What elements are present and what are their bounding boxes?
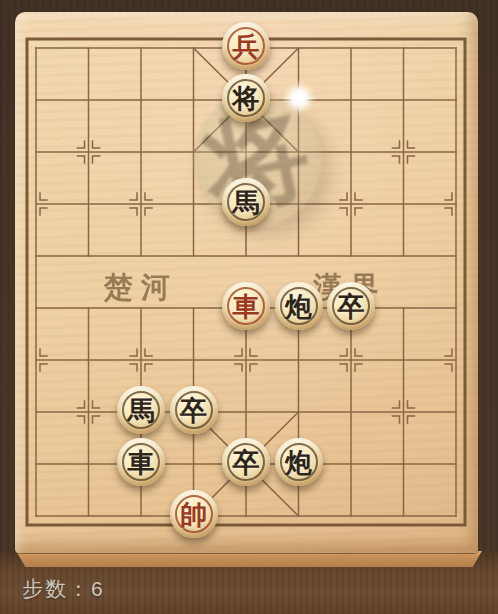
piece-red-chariot[interactable]: 車 (222, 282, 270, 330)
piece-label: 兵 (233, 33, 260, 60)
piece-black-soldier-1[interactable]: 卒 (327, 282, 375, 330)
xiangqi-app: 楚河 漢界 将 兵将馬車炮卒馬卒車卒炮帥 步数：6 (0, 0, 498, 614)
piece-label: 帥 (180, 501, 207, 528)
piece-layer: 兵将馬車炮卒馬卒車卒炮帥 (15, 12, 478, 553)
xiangqi-board[interactable]: 楚河 漢界 将 兵将馬車炮卒馬卒車卒炮帥 (15, 12, 478, 553)
piece-label: 炮 (285, 449, 312, 476)
piece-label: 卒 (233, 449, 260, 476)
piece-red-general[interactable]: 帥 (170, 490, 218, 538)
piece-label: 卒 (180, 397, 207, 424)
piece-label: 馬 (233, 189, 260, 216)
steps-label: 步数： (22, 577, 91, 600)
piece-label: 将 (233, 85, 260, 112)
piece-black-chariot[interactable]: 車 (117, 438, 165, 486)
piece-black-general[interactable]: 将 (222, 74, 270, 122)
board-edge-bevel (16, 551, 482, 567)
piece-black-horse-2[interactable]: 馬 (117, 386, 165, 434)
steps-value: 6 (91, 577, 105, 600)
piece-label: 馬 (128, 397, 155, 424)
piece-label: 卒 (338, 293, 365, 320)
piece-black-horse-1[interactable]: 馬 (222, 178, 270, 226)
piece-label: 車 (128, 449, 155, 476)
piece-label: 車 (233, 293, 260, 320)
piece-label: 炮 (285, 293, 312, 320)
piece-black-soldier-2[interactable]: 卒 (170, 386, 218, 434)
steps-counter: 步数：6 (22, 575, 105, 603)
piece-black-cannon-1[interactable]: 炮 (275, 282, 323, 330)
piece-black-soldier-3[interactable]: 卒 (222, 438, 270, 486)
piece-red-soldier[interactable]: 兵 (222, 22, 270, 70)
piece-black-cannon-2[interactable]: 炮 (275, 438, 323, 486)
